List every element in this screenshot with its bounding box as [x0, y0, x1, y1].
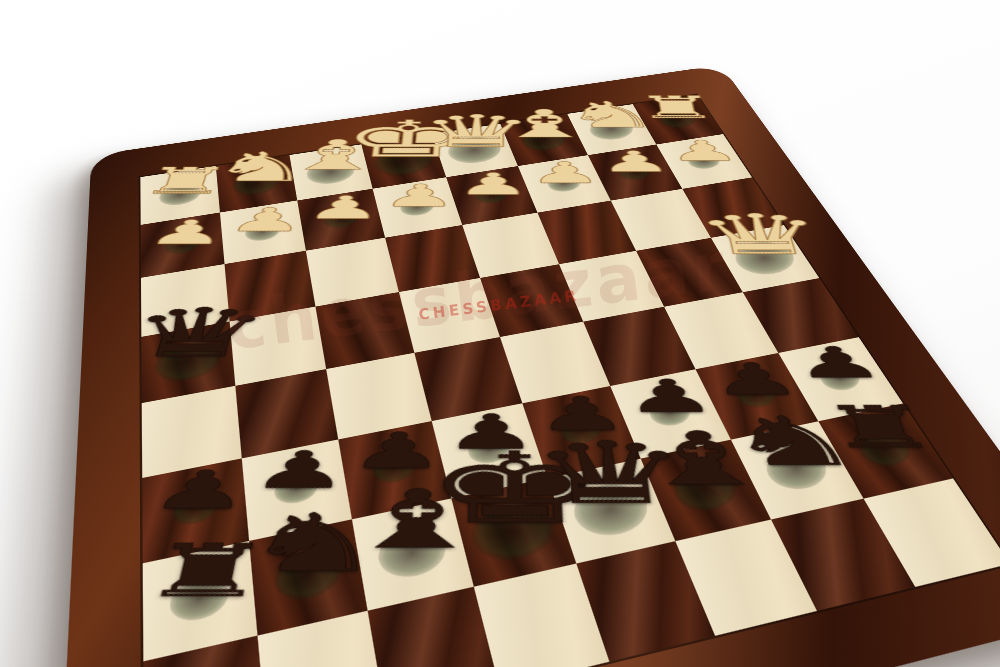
chess-board-3d: ♜♞♝♚♛♝♞♜♟♟♟♟♟♟♟♟♛♛♟♟♟♟♟♟♟♟♜♞♝♚♛♝♞♜	[56, 65, 1000, 667]
pawn-glyph: ♟	[99, 216, 272, 249]
queen-glyph: ♛	[673, 207, 851, 263]
rook-glyph: ♜	[101, 163, 267, 199]
chess-set-photo: ♜♞♝♚♛♝♞♜♟♟♟♟♟♟♟♟♛♛♟♟♟♟♟♟♟♟♜♞♝♚♛♝♞♜ chess…	[0, 0, 1000, 667]
